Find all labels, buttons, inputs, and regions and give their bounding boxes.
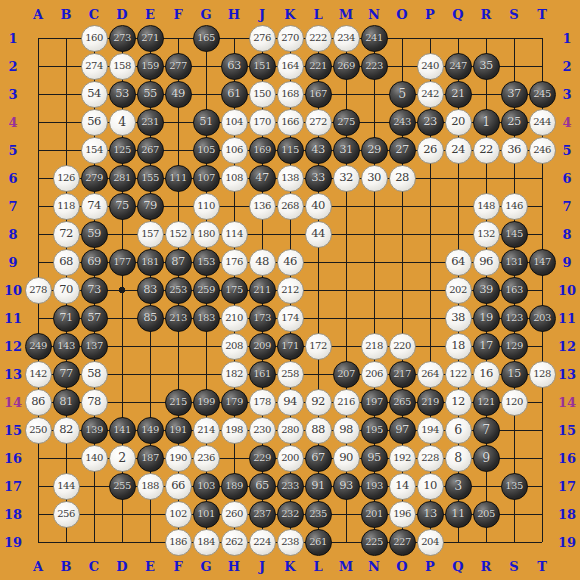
go-stone-N12: 218 [361, 333, 388, 360]
move-number: 180 [197, 229, 215, 239]
move-number: 1 [482, 116, 489, 129]
move-number: 228 [421, 453, 439, 463]
go-stone-R8: 132 [473, 221, 500, 248]
go-stone-F2: 277 [165, 53, 192, 80]
move-number: 14 [395, 480, 409, 492]
go-stone-A15: 250 [25, 417, 52, 444]
go-stone-E4: 231 [137, 109, 164, 136]
move-number: 164 [281, 61, 299, 71]
go-stone-D3: 53 [109, 81, 136, 108]
go-stone-C4: 56 [81, 109, 108, 136]
go-stone-Q5: 24 [445, 137, 472, 164]
coordinate-label: R [481, 8, 492, 21]
move-number: 234 [337, 33, 355, 43]
coordinate-label: F [173, 8, 182, 21]
move-number: 161 [253, 369, 271, 379]
go-stone-M16: 90 [333, 445, 360, 472]
go-stone-K7: 268 [277, 193, 304, 220]
go-stone-M1: 234 [333, 25, 360, 52]
move-number: 159 [141, 61, 159, 71]
go-stone-R4: 1 [473, 109, 500, 136]
go-stone-E11: 85 [137, 305, 164, 332]
coordinate-label: 9 [562, 256, 571, 269]
move-number: 57 [87, 312, 101, 324]
go-stone-L15: 88 [305, 417, 332, 444]
go-stone-H19: 262 [221, 529, 248, 556]
move-number: 222 [309, 33, 327, 43]
go-stone-S11: 123 [501, 305, 528, 332]
go-stone-G14: 199 [193, 389, 220, 416]
move-number: 66 [171, 480, 185, 492]
go-stone-N14: 197 [361, 389, 388, 416]
go-stone-J5: 169 [249, 137, 276, 164]
move-number: 213 [169, 313, 187, 323]
go-stone-K9: 46 [277, 249, 304, 276]
move-number: 279 [85, 173, 103, 183]
move-number: 190 [169, 453, 187, 463]
go-stone-P16: 228 [417, 445, 444, 472]
go-stone-F6: 111 [165, 165, 192, 192]
coordinate-label: L [313, 8, 322, 21]
go-stone-M15: 98 [333, 417, 360, 444]
move-number: 209 [253, 341, 271, 351]
move-number: 247 [449, 61, 467, 71]
go-stone-R14: 121 [473, 389, 500, 416]
move-number: 33 [311, 172, 325, 184]
go-stone-Q15: 6 [445, 417, 472, 444]
coordinate-label: F [173, 560, 182, 573]
go-stone-H15: 198 [221, 417, 248, 444]
go-stone-E3: 55 [137, 81, 164, 108]
move-number: 111 [169, 173, 187, 183]
move-number: 242 [421, 89, 439, 99]
go-stone-R15: 7 [473, 417, 500, 444]
coordinate-label: 1 [8, 32, 17, 45]
go-stone-D5: 125 [109, 137, 136, 164]
move-number: 70 [59, 284, 73, 296]
move-number: 125 [113, 145, 131, 155]
move-number: 221 [309, 61, 327, 71]
go-stone-T13: 128 [529, 361, 556, 388]
go-stone-G5: 105 [193, 137, 220, 164]
coordinate-label: B [61, 8, 72, 21]
move-number: 13 [423, 508, 437, 520]
move-number: 132 [477, 229, 495, 239]
move-number: 97 [395, 424, 409, 436]
coordinate-label: 7 [8, 200, 17, 213]
move-number: 131 [505, 257, 523, 267]
move-number: 256 [57, 509, 75, 519]
go-stone-H13: 182 [221, 361, 248, 388]
move-number: 158 [113, 61, 131, 71]
move-number: 203 [533, 313, 551, 323]
move-number: 176 [225, 257, 243, 267]
move-number: 261 [309, 537, 327, 547]
move-number: 136 [253, 201, 271, 211]
move-number: 16 [479, 368, 493, 380]
move-number: 123 [505, 313, 523, 323]
go-stone-A13: 142 [25, 361, 52, 388]
move-number: 277 [169, 61, 187, 71]
move-number: 148 [477, 201, 495, 211]
coordinate-label: Q [452, 560, 463, 573]
go-stone-R5: 22 [473, 137, 500, 164]
move-number: 58 [87, 368, 101, 380]
coordinate-label: 13 [558, 368, 576, 381]
coordinate-label: J [259, 8, 265, 21]
move-number: 280 [281, 425, 299, 435]
move-number: 227 [393, 537, 411, 547]
go-stone-H4: 104 [221, 109, 248, 136]
go-stone-H17: 189 [221, 473, 248, 500]
move-number: 167 [309, 89, 327, 99]
move-number: 163 [505, 285, 523, 295]
move-number: 143 [57, 341, 75, 351]
go-stone-L14: 92 [305, 389, 332, 416]
move-number: 146 [505, 201, 523, 211]
move-number: 103 [197, 481, 215, 491]
move-number: 43 [311, 144, 325, 156]
go-stone-O14: 265 [389, 389, 416, 416]
coordinate-label: 11 [558, 312, 576, 325]
go-stone-L16: 67 [305, 445, 332, 472]
move-number: 15 [507, 368, 521, 380]
move-number: 3 [454, 480, 461, 493]
move-number: 268 [281, 201, 299, 211]
go-stone-G9: 153 [193, 249, 220, 276]
go-stone-L8: 44 [305, 221, 332, 248]
move-number: 32 [339, 172, 353, 184]
go-stone-Q13: 122 [445, 361, 472, 388]
move-number: 233 [281, 481, 299, 491]
coordinate-label: 14 [4, 396, 22, 409]
go-stone-O3: 5 [389, 81, 416, 108]
go-stone-P3: 242 [417, 81, 444, 108]
move-number: 237 [253, 509, 271, 519]
coordinate-label: H [228, 8, 240, 21]
move-number: 69 [87, 256, 101, 268]
go-stone-E7: 79 [137, 193, 164, 220]
move-number: 27 [395, 144, 409, 156]
coordinate-label: 12 [4, 340, 22, 353]
go-stone-F19: 186 [165, 529, 192, 556]
go-stone-L7: 40 [305, 193, 332, 220]
move-number: 235 [309, 509, 327, 519]
go-stone-G6: 107 [193, 165, 220, 192]
move-number: 101 [197, 509, 215, 519]
move-number: 278 [29, 285, 47, 295]
go-stone-R9: 96 [473, 249, 500, 276]
go-stone-T3: 245 [529, 81, 556, 108]
move-number: 59 [87, 228, 101, 240]
move-number: 38 [451, 312, 465, 324]
go-stone-F11: 213 [165, 305, 192, 332]
coordinate-label: D [116, 8, 127, 21]
go-stone-K4: 166 [277, 109, 304, 136]
go-stone-A14: 86 [25, 389, 52, 416]
move-number: 212 [281, 285, 299, 295]
go-stone-G1: 165 [193, 25, 220, 52]
go-board[interactable]: ABCDEFGHJKLMNOPQRST ABCDEFGHJKLMNOPQRST … [0, 0, 580, 580]
go-stone-M6: 32 [333, 165, 360, 192]
coordinate-label: E [145, 560, 155, 573]
go-stone-H12: 208 [221, 333, 248, 360]
go-stone-S10: 163 [501, 277, 528, 304]
go-stone-D6: 281 [109, 165, 136, 192]
move-number: 171 [281, 341, 299, 351]
move-number: 260 [225, 509, 243, 519]
go-stone-H5: 106 [221, 137, 248, 164]
go-stone-C9: 69 [81, 249, 108, 276]
move-number: 232 [281, 509, 299, 519]
move-number: 281 [113, 173, 131, 183]
coordinate-label: K [284, 560, 295, 573]
coordinate-label: S [509, 560, 518, 573]
move-number: 214 [197, 425, 215, 435]
move-number: 68 [59, 256, 73, 268]
go-stone-P17: 10 [417, 473, 444, 500]
coordinate-label: 4 [562, 116, 571, 129]
coordinate-label: 8 [8, 228, 17, 241]
move-number: 250 [29, 425, 47, 435]
go-stone-B8: 72 [53, 221, 80, 248]
coordinate-label: 6 [8, 172, 17, 185]
go-stone-Q11: 38 [445, 305, 472, 332]
move-number: 204 [421, 537, 439, 547]
move-number: 205 [477, 509, 495, 519]
go-stone-R16: 9 [473, 445, 500, 472]
move-number: 20 [451, 116, 465, 128]
move-number: 53 [115, 88, 129, 100]
go-stone-P18: 13 [417, 501, 444, 528]
go-stone-S5: 36 [501, 137, 528, 164]
move-number: 94 [283, 396, 297, 408]
move-number: 81 [59, 396, 73, 408]
move-number: 121 [477, 397, 495, 407]
go-stone-G17: 103 [193, 473, 220, 500]
go-stone-S9: 131 [501, 249, 528, 276]
move-number: 82 [59, 424, 73, 436]
go-stone-R18: 205 [473, 501, 500, 528]
go-stone-J10: 211 [249, 277, 276, 304]
go-stone-G8: 180 [193, 221, 220, 248]
move-number: 181 [141, 257, 159, 267]
coordinate-label: P [425, 560, 435, 573]
coordinate-label: O [396, 8, 407, 21]
go-stone-H2: 63 [221, 53, 248, 80]
go-stone-F8: 152 [165, 221, 192, 248]
go-stone-J19: 224 [249, 529, 276, 556]
go-stone-G19: 184 [193, 529, 220, 556]
move-number: 85 [143, 312, 157, 324]
go-stone-N2: 223 [361, 53, 388, 80]
go-stone-N17: 193 [361, 473, 388, 500]
coordinate-label: L [313, 560, 322, 573]
move-number: 230 [253, 425, 271, 435]
move-number: 114 [225, 229, 243, 239]
move-number: 115 [281, 145, 299, 155]
move-number: 169 [253, 145, 271, 155]
coordinate-label: J [259, 560, 265, 573]
coordinate-label: G [200, 8, 211, 21]
coordinate-label: A [33, 8, 43, 21]
move-number: 120 [505, 397, 523, 407]
move-number: 61 [227, 88, 241, 100]
move-number: 75 [115, 200, 129, 212]
move-number: 10 [423, 480, 437, 492]
go-stone-A10: 278 [25, 277, 52, 304]
go-stone-N15: 195 [361, 417, 388, 444]
coordinate-label: 12 [558, 340, 576, 353]
go-stone-O13: 217 [389, 361, 416, 388]
go-stone-E5: 267 [137, 137, 164, 164]
go-stone-Q14: 12 [445, 389, 472, 416]
move-number: 23 [423, 116, 437, 128]
go-stone-Q18: 11 [445, 501, 472, 528]
go-stone-K19: 238 [277, 529, 304, 556]
coordinate-label: T [537, 8, 547, 21]
go-stone-F10: 253 [165, 277, 192, 304]
go-stone-T9: 147 [529, 249, 556, 276]
go-stone-E1: 271 [137, 25, 164, 52]
move-number: 197 [365, 397, 383, 407]
move-number: 151 [253, 61, 271, 71]
go-stone-G10: 259 [193, 277, 220, 304]
go-stone-D7: 75 [109, 193, 136, 220]
move-number: 194 [421, 425, 439, 435]
go-stone-B17: 144 [53, 473, 80, 500]
go-stone-B18: 256 [53, 501, 80, 528]
go-stone-E9: 181 [137, 249, 164, 276]
go-stone-P19: 204 [417, 529, 444, 556]
move-number: 93 [339, 480, 353, 492]
go-stone-S3: 37 [501, 81, 528, 108]
go-stone-K14: 94 [277, 389, 304, 416]
coordinate-label: O [396, 560, 407, 573]
go-stone-Q17: 3 [445, 473, 472, 500]
move-number: 218 [365, 341, 383, 351]
coordinate-label: B [61, 560, 72, 573]
coordinate-label: C [89, 8, 99, 21]
go-stone-O4: 243 [389, 109, 416, 136]
go-stone-J12: 209 [249, 333, 276, 360]
move-number: 77 [59, 368, 73, 380]
go-stone-P14: 219 [417, 389, 444, 416]
move-number: 129 [505, 341, 523, 351]
go-stone-P4: 23 [417, 109, 444, 136]
coordinate-label: T [537, 560, 547, 573]
move-number: 19 [479, 312, 493, 324]
move-number: 78 [87, 396, 101, 408]
move-number: 211 [253, 285, 271, 295]
go-stone-R10: 39 [473, 277, 500, 304]
go-stone-A12: 249 [25, 333, 52, 360]
go-stone-K3: 168 [277, 81, 304, 108]
go-stone-C13: 58 [81, 361, 108, 388]
coordinate-label: 5 [562, 144, 571, 157]
move-number: 187 [141, 453, 159, 463]
go-stone-K2: 164 [277, 53, 304, 80]
go-stone-T11: 203 [529, 305, 556, 332]
move-number: 4 [118, 116, 125, 129]
go-stone-L1: 222 [305, 25, 332, 52]
go-stone-E10: 83 [137, 277, 164, 304]
move-number: 241 [365, 33, 383, 43]
move-number: 262 [225, 537, 243, 547]
go-stone-Q3: 21 [445, 81, 472, 108]
move-number: 6 [454, 424, 461, 437]
go-stone-H18: 260 [221, 501, 248, 528]
move-number: 258 [281, 369, 299, 379]
go-stone-T4: 244 [529, 109, 556, 136]
move-number: 104 [225, 117, 243, 127]
move-number: 54 [87, 88, 101, 100]
go-stone-J16: 229 [249, 445, 276, 472]
coordinate-label: 13 [4, 368, 22, 381]
go-stone-D4: 4 [109, 109, 136, 136]
go-stone-B6: 126 [53, 165, 80, 192]
move-number: 56 [87, 116, 101, 128]
move-number: 126 [57, 173, 75, 183]
move-number: 207 [337, 369, 355, 379]
go-stone-J17: 65 [249, 473, 276, 500]
go-stone-B14: 81 [53, 389, 80, 416]
go-stone-C3: 54 [81, 81, 108, 108]
coordinate-label: 10 [558, 284, 576, 297]
move-number: 249 [29, 341, 47, 351]
go-stone-S7: 146 [501, 193, 528, 220]
move-number: 135 [505, 481, 523, 491]
coordinate-label: 15 [558, 424, 576, 437]
move-number: 229 [253, 453, 271, 463]
coordinate-label: R [481, 560, 492, 573]
move-number: 170 [253, 117, 271, 127]
move-number: 40 [311, 200, 325, 212]
move-number: 95 [367, 452, 381, 464]
go-stone-L2: 221 [305, 53, 332, 80]
move-number: 274 [85, 61, 103, 71]
coordinate-label: 2 [8, 60, 17, 73]
move-number: 145 [505, 229, 523, 239]
move-number: 184 [197, 537, 215, 547]
move-number: 236 [197, 453, 215, 463]
move-number: 87 [171, 256, 185, 268]
move-number: 86 [31, 396, 45, 408]
coordinate-label: 8 [562, 228, 571, 241]
coordinate-label: 14 [558, 396, 576, 409]
go-stone-D17: 255 [109, 473, 136, 500]
move-number: 91 [311, 480, 325, 492]
move-number: 175 [225, 285, 243, 295]
go-stone-F18: 102 [165, 501, 192, 528]
go-stone-J11: 173 [249, 305, 276, 332]
move-number: 18 [451, 340, 465, 352]
go-stone-F16: 190 [165, 445, 192, 472]
go-stone-B10: 70 [53, 277, 80, 304]
move-number: 210 [225, 313, 243, 323]
go-stone-L4: 272 [305, 109, 332, 136]
move-number: 199 [197, 397, 215, 407]
move-number: 246 [533, 145, 551, 155]
go-stone-O18: 196 [389, 501, 416, 528]
go-stone-L5: 43 [305, 137, 332, 164]
coordinate-label: 3 [562, 88, 571, 101]
go-stone-C10: 73 [81, 277, 108, 304]
move-number: 149 [141, 425, 159, 435]
go-stone-K11: 174 [277, 305, 304, 332]
move-number: 223 [365, 61, 383, 71]
move-number: 49 [171, 88, 185, 100]
